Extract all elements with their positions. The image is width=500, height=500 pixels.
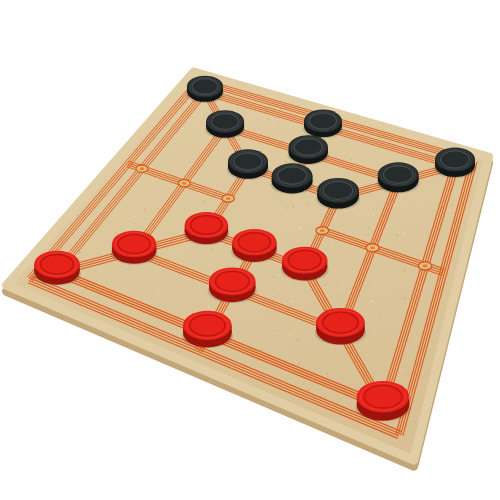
black-piece-e5[interactable]	[316, 178, 360, 210]
red-piece-e3[interactable]	[281, 247, 329, 282]
black-piece-c5[interactable]	[227, 149, 269, 180]
board-point-dot-e4	[320, 229, 325, 232]
board-photo-stage	[0, 0, 500, 500]
black-piece-a7[interactable]	[186, 76, 224, 104]
red-piece-d3[interactable]	[231, 229, 278, 263]
board-point-dot-b4	[182, 182, 187, 185]
red-piece-g1[interactable]	[355, 381, 411, 421]
nine-mens-morris-board	[0, 0, 500, 500]
black-piece-d7[interactable]	[303, 110, 343, 139]
black-piece-b6[interactable]	[205, 110, 245, 139]
board-point-dot-a4	[140, 167, 145, 170]
red-piece-c3[interactable]	[183, 212, 229, 245]
black-piece-d6[interactable]	[287, 135, 329, 165]
red-piece-a1[interactable]	[33, 251, 81, 286]
red-piece-d1[interactable]	[182, 311, 234, 348]
red-piece-f2[interactable]	[315, 308, 366, 345]
black-piece-g7[interactable]	[434, 148, 476, 179]
black-piece-f6[interactable]	[377, 162, 420, 193]
board-point-dot-g4	[422, 264, 427, 267]
red-piece-d2[interactable]	[208, 267, 257, 303]
board-point-dot-c4	[226, 197, 231, 200]
board-point-dot-f4	[370, 246, 375, 249]
black-piece-d5[interactable]	[270, 163, 313, 194]
red-piece-b2[interactable]	[111, 231, 158, 265]
